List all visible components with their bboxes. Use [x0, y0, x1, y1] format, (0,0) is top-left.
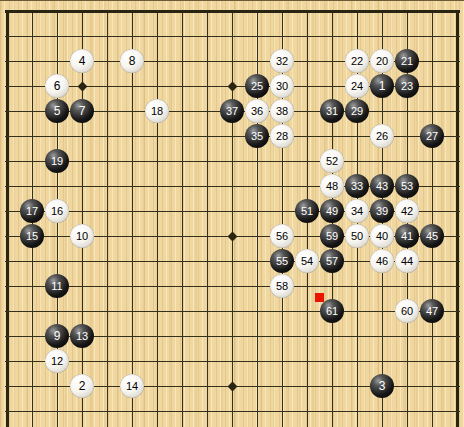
stone-black-9: 9 [45, 324, 69, 348]
grid-line [257, 10, 258, 427]
stone-white-28: 28 [270, 124, 294, 148]
stone-white-24: 24 [345, 74, 369, 98]
stone-black-49: 49 [320, 199, 344, 223]
stone-white-8: 8 [120, 49, 144, 73]
stone-black-51: 51 [295, 199, 319, 223]
stone-white-12: 12 [45, 349, 69, 373]
stone-black-55: 55 [270, 249, 294, 273]
stone-white-2: 2 [70, 374, 94, 398]
grid-line [5, 411, 460, 412]
stone-white-48: 48 [320, 174, 344, 198]
stone-black-41: 41 [395, 224, 419, 248]
stone-white-26: 26 [370, 124, 394, 148]
grid-line [5, 161, 460, 162]
stone-white-54: 54 [295, 249, 319, 273]
stone-black-23: 23 [395, 74, 419, 98]
stone-white-4: 4 [70, 49, 94, 73]
stone-black-21: 21 [395, 49, 419, 73]
stone-black-1: 1 [370, 74, 394, 98]
stone-white-44: 44 [395, 249, 419, 273]
board-edge-line [5, 10, 460, 13]
stone-white-10: 10 [70, 224, 94, 248]
grid-line [182, 10, 183, 427]
stone-white-46: 46 [370, 249, 394, 273]
grid-line [5, 36, 460, 37]
grid-line [432, 10, 433, 427]
board-edge-line [456, 10, 459, 427]
stone-black-19: 19 [45, 149, 69, 173]
grid-line [232, 10, 233, 427]
stone-black-39: 39 [370, 199, 394, 223]
star-point [227, 381, 237, 391]
stone-white-6: 6 [45, 74, 69, 98]
stone-white-38: 38 [270, 99, 294, 123]
stone-white-40: 40 [370, 224, 394, 248]
star-point [227, 231, 237, 241]
stone-black-29: 29 [345, 99, 369, 123]
go-board[interactable]: 1234567891011121314151617181920212223242… [0, 0, 464, 427]
grid-line [157, 10, 158, 427]
stone-black-17: 17 [20, 199, 44, 223]
stone-black-45: 45 [420, 224, 444, 248]
grid-line [107, 10, 108, 427]
stone-white-56: 56 [270, 224, 294, 248]
stone-black-37: 37 [220, 99, 244, 123]
stone-white-36: 36 [245, 99, 269, 123]
stone-black-61: 61 [320, 299, 344, 323]
stone-white-30: 30 [270, 74, 294, 98]
board-edge-line [6, 10, 9, 427]
stone-black-33: 33 [345, 174, 369, 198]
star-point [77, 81, 87, 91]
grid-line [207, 10, 208, 427]
star-point [227, 81, 237, 91]
grid-line [5, 286, 460, 287]
stone-white-20: 20 [370, 49, 394, 73]
stone-white-18: 18 [145, 99, 169, 123]
stone-black-47: 47 [420, 299, 444, 323]
grid-line [5, 311, 460, 312]
stone-white-60: 60 [395, 299, 419, 323]
stone-black-3: 3 [370, 374, 394, 398]
stone-black-27: 27 [420, 124, 444, 148]
stone-white-16: 16 [45, 199, 69, 223]
stone-white-14: 14 [120, 374, 144, 398]
stone-black-7: 7 [70, 99, 94, 123]
last-move-marker [315, 293, 324, 302]
stone-white-42: 42 [395, 199, 419, 223]
stone-black-57: 57 [320, 249, 344, 273]
stone-black-13: 13 [70, 324, 94, 348]
stone-black-11: 11 [45, 274, 69, 298]
go-board-frame: 1234567891011121314151617181920212223242… [0, 0, 464, 427]
stone-black-35: 35 [245, 124, 269, 148]
stone-white-58: 58 [270, 274, 294, 298]
grid-line [5, 361, 460, 362]
stone-black-31: 31 [320, 99, 344, 123]
stone-white-32: 32 [270, 49, 294, 73]
stone-black-25: 25 [245, 74, 269, 98]
stone-white-50: 50 [345, 224, 369, 248]
stone-black-53: 53 [395, 174, 419, 198]
stone-black-5: 5 [45, 99, 69, 123]
stone-white-34: 34 [345, 199, 369, 223]
stone-black-59: 59 [320, 224, 344, 248]
stone-white-52: 52 [320, 149, 344, 173]
window-top-edge [0, 0, 464, 1]
stone-black-15: 15 [20, 224, 44, 248]
stone-white-22: 22 [345, 49, 369, 73]
stone-black-43: 43 [370, 174, 394, 198]
